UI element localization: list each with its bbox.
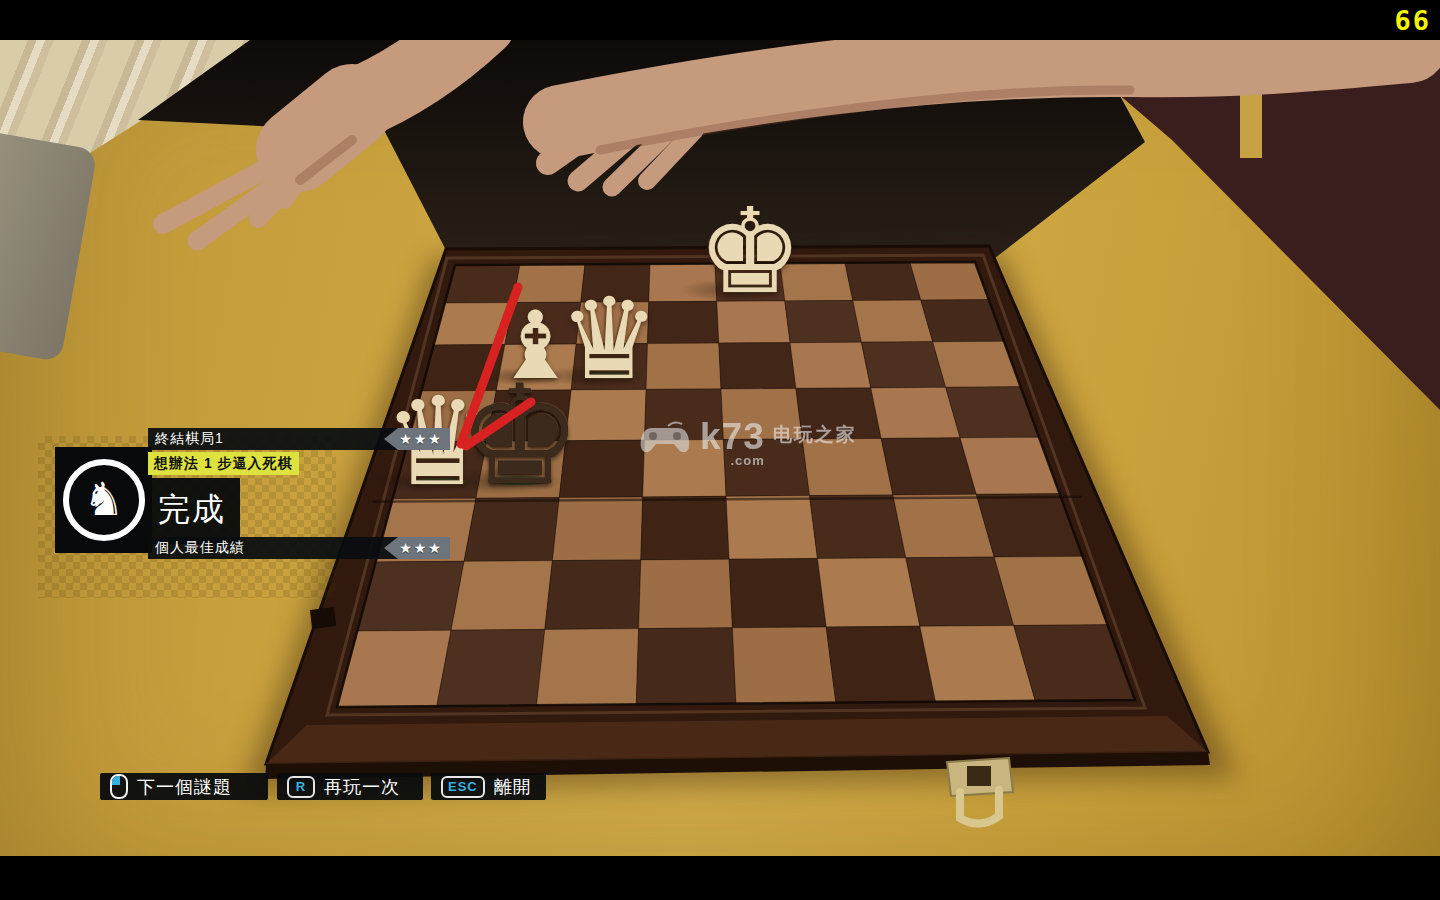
personal-best-label: 個人最佳成績 [148, 539, 245, 557]
puzzle-stars-band: ★★★ [384, 428, 450, 450]
knight-icon-glyph: ♞ [83, 476, 124, 522]
letterbox-bottom [0, 856, 1440, 900]
personal-best-stars: ★★★ [391, 540, 443, 556]
puzzle-icon-box: ♞ [55, 447, 152, 553]
mouse-left-click-icon [110, 774, 128, 799]
puzzle-hint-bar: 想辦法 1 步逼入死棋 [148, 452, 299, 475]
puzzle-stars: ★★★ [391, 431, 443, 447]
fps-counter: 66 [1394, 5, 1431, 36]
knight-icon: ♞ [63, 459, 145, 541]
letterbox-top [0, 0, 1440, 40]
puzzle-status: 完成 [158, 491, 226, 527]
puzzle-title-bar: 終結棋局1 ★★★ [148, 428, 450, 450]
puzzle-hint: 想辦法 1 步逼入死棋 [154, 455, 293, 473]
replay-label: 再玩一次 [324, 775, 400, 799]
puzzle-status-box: 完成 [148, 478, 240, 544]
exit-label: 離開 [494, 775, 532, 799]
puzzle-title: 終結棋局1 [148, 430, 224, 448]
next-puzzle-button[interactable]: 下一個謎題 [100, 773, 268, 800]
replay-button[interactable]: R 再玩一次 [277, 773, 423, 800]
exit-button[interactable]: ESC 離開 [431, 773, 546, 800]
next-puzzle-label: 下一個謎題 [137, 775, 232, 799]
personal-best-bar: 個人最佳成績 ★★★ [148, 537, 450, 559]
esc-key-icon: ESC [441, 776, 485, 798]
game-screen: k73 .com 电玩之家 ♚♝♛♛♚ ♞ 終結棋局1 ★★★ 想辦法 1 步逼… [0, 0, 1440, 900]
personal-best-stars-band: ★★★ [384, 537, 450, 559]
r-key-icon: R [287, 776, 315, 798]
